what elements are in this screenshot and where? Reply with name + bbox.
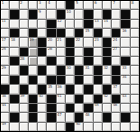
grid-cell[interactable] xyxy=(20,29,28,37)
grid-cell[interactable] xyxy=(20,38,28,46)
grid-cell[interactable] xyxy=(10,1,18,9)
grid-cell[interactable] xyxy=(84,123,92,131)
black-cell xyxy=(20,66,28,74)
clue-number: 39 xyxy=(20,94,24,98)
black-cell xyxy=(112,66,120,74)
black-cell xyxy=(66,85,74,93)
clue-number: 8 xyxy=(131,1,133,5)
grid-cell[interactable] xyxy=(66,95,74,103)
clue-number: 6 xyxy=(94,1,96,5)
black-cell xyxy=(29,10,37,18)
black-cell xyxy=(121,10,129,18)
black-cell xyxy=(121,20,129,28)
clue-number: 1 xyxy=(2,1,4,5)
black-cell xyxy=(38,48,46,56)
grid-cell[interactable] xyxy=(38,76,46,84)
grid-cell[interactable]: 1 xyxy=(1,1,9,9)
grid-cell[interactable] xyxy=(38,57,46,65)
grid-cell[interactable] xyxy=(131,76,139,84)
black-cell xyxy=(66,48,74,56)
grid-cell[interactable] xyxy=(10,104,18,112)
grid-cell[interactable]: 45 xyxy=(94,104,102,112)
black-cell xyxy=(47,95,55,103)
black-cell xyxy=(29,76,37,84)
grid-cell[interactable] xyxy=(20,20,28,28)
grid-cell[interactable] xyxy=(75,20,83,28)
grid-cell[interactable]: 48 xyxy=(84,113,92,121)
grid-cell[interactable]: 41 xyxy=(57,95,65,103)
grid-cell[interactable]: 46 xyxy=(112,104,120,112)
black-cell xyxy=(10,95,18,103)
clue-number: 3 xyxy=(39,1,41,5)
clue-number: 36 xyxy=(57,85,61,89)
grid-cell[interactable] xyxy=(112,113,120,121)
grid-cell[interactable]: 15 xyxy=(84,29,92,37)
black-cell xyxy=(75,95,83,103)
clue-number: 32 xyxy=(103,66,107,70)
grid-cell[interactable] xyxy=(75,48,83,56)
grid-cell[interactable]: 4 xyxy=(47,1,55,9)
black-cell xyxy=(75,76,83,84)
grid-cell[interactable]: 30 xyxy=(66,66,74,74)
grid-cell[interactable] xyxy=(10,85,18,93)
grid-cell[interactable] xyxy=(121,38,129,46)
clue-number: 13 xyxy=(94,19,98,23)
grid-cell[interactable] xyxy=(94,85,102,93)
grid-cell[interactable] xyxy=(57,1,65,9)
clue-number: 26 xyxy=(48,47,52,51)
grid-cell[interactable] xyxy=(66,113,74,121)
clue-number: 18 xyxy=(11,38,15,42)
black-cell xyxy=(47,76,55,84)
grid-cell[interactable]: 29 xyxy=(1,66,9,74)
clue-number: 41 xyxy=(57,94,61,98)
grid-cell[interactable] xyxy=(121,104,129,112)
grid-cell[interactable] xyxy=(112,123,120,131)
clue-number: 49 xyxy=(2,122,6,126)
crossword-board: 1234567891011121314151617181920212223242… xyxy=(0,0,140,132)
clue-number: 20 xyxy=(48,38,52,42)
clue-number: 19 xyxy=(29,38,33,42)
grid-cell[interactable]: 9 xyxy=(38,10,46,18)
grid-cell[interactable] xyxy=(103,104,111,112)
grid-cell[interactable] xyxy=(57,48,65,56)
clue-number: 48 xyxy=(85,113,89,117)
grid-cell[interactable]: 23 xyxy=(94,38,102,46)
grid-cell[interactable]: 7 xyxy=(112,1,120,9)
grid-cell[interactable] xyxy=(131,29,139,37)
clue-number: 47 xyxy=(57,113,61,117)
grid-cell[interactable] xyxy=(103,76,111,84)
black-cell xyxy=(10,76,18,84)
grid-cell[interactable] xyxy=(94,57,102,65)
black-cell xyxy=(47,113,55,121)
clue-number: 16 xyxy=(122,29,126,33)
clue-number: 42 xyxy=(103,94,107,98)
grid-cell[interactable]: 31 xyxy=(84,66,92,74)
grid-cell[interactable] xyxy=(29,20,37,28)
black-cell xyxy=(84,85,92,93)
grid-cell[interactable] xyxy=(10,48,18,56)
clue-number: 12 xyxy=(57,19,61,23)
clue-number: 25 xyxy=(2,47,6,51)
clue-number: 23 xyxy=(94,38,98,42)
black-cell xyxy=(38,38,46,46)
grid-cell[interactable]: 43 xyxy=(121,95,129,103)
black-cell xyxy=(66,123,74,131)
black-cell xyxy=(47,104,55,112)
black-cell xyxy=(103,48,111,56)
crossword-grid[interactable]: 1234567891011121314151617181920212223242… xyxy=(1,1,139,131)
grid-cell[interactable] xyxy=(29,85,37,93)
clue-number: 10 xyxy=(66,10,70,14)
grid-cell[interactable] xyxy=(57,123,65,131)
grid-cell[interactable] xyxy=(29,1,37,9)
clue-number: 28 xyxy=(20,57,24,61)
grid-cell[interactable] xyxy=(66,29,74,37)
grid-cell[interactable] xyxy=(131,48,139,56)
clue-number: 29 xyxy=(2,66,6,70)
black-cell xyxy=(29,113,37,121)
grid-cell[interactable] xyxy=(38,104,46,112)
clue-number: 27 xyxy=(113,47,117,51)
grid-cell[interactable]: 47 xyxy=(57,113,65,121)
grid-cell[interactable]: 35 xyxy=(47,85,55,93)
grid-cell[interactable] xyxy=(131,10,139,18)
black-cell xyxy=(10,10,18,18)
grid-cell[interactable]: 10 xyxy=(66,10,74,18)
selected-cell[interactable] xyxy=(29,57,37,65)
grid-cell[interactable]: 26 xyxy=(47,48,55,56)
grid-cell[interactable] xyxy=(38,29,46,37)
black-cell xyxy=(112,76,120,84)
grid-cell[interactable] xyxy=(121,48,129,56)
grid-cell[interactable]: 25 xyxy=(1,48,9,56)
clue-number: 22 xyxy=(76,38,80,42)
grid-cell[interactable] xyxy=(66,20,74,28)
clue-number: 50 xyxy=(76,122,80,126)
clue-number: 5 xyxy=(76,1,78,5)
black-cell xyxy=(94,76,102,84)
clue-number: 4 xyxy=(48,1,50,5)
black-cell xyxy=(10,113,18,121)
clue-number: 46 xyxy=(113,103,117,107)
grid-cell[interactable] xyxy=(131,104,139,112)
black-cell xyxy=(47,57,55,65)
grid-cell[interactable]: 50 xyxy=(75,123,83,131)
grid-cell[interactable] xyxy=(75,57,83,65)
black-cell xyxy=(57,66,65,74)
black-cell xyxy=(121,113,129,121)
clue-number: 15 xyxy=(85,29,89,33)
grid-cell[interactable] xyxy=(75,85,83,93)
black-cell xyxy=(10,57,18,65)
clue-number: 24 xyxy=(113,38,117,42)
grid-cell[interactable]: 32 xyxy=(103,66,111,74)
black-cell xyxy=(20,48,28,56)
grid-cell[interactable] xyxy=(57,57,65,65)
grid-cell[interactable]: 21 xyxy=(57,38,65,46)
grid-cell[interactable]: 12 xyxy=(57,20,65,28)
grid-cell[interactable] xyxy=(38,123,46,131)
grid-cell[interactable] xyxy=(103,29,111,37)
grid-cell[interactable] xyxy=(29,66,37,74)
clue-number: 40 xyxy=(39,94,43,98)
grid-cell[interactable] xyxy=(121,123,129,131)
grid-cell[interactable] xyxy=(131,113,139,121)
clue-number: 38 xyxy=(2,94,6,98)
grid-cell[interactable]: 16 xyxy=(121,29,129,37)
grid-cell[interactable]: 5 xyxy=(75,1,83,9)
grid-cell[interactable] xyxy=(29,123,37,131)
grid-cell[interactable] xyxy=(47,10,55,18)
grid-cell[interactable] xyxy=(20,10,28,18)
grid-cell[interactable] xyxy=(10,20,18,28)
grid-cell[interactable] xyxy=(75,104,83,112)
grid-cell[interactable]: 34 xyxy=(121,76,129,84)
grid-cell[interactable] xyxy=(20,123,28,131)
grid-cell[interactable] xyxy=(94,48,102,56)
black-cell xyxy=(66,38,74,46)
grid-cell[interactable] xyxy=(112,20,120,28)
black-cell xyxy=(66,104,74,112)
grid-cell[interactable] xyxy=(20,113,28,121)
clue-number: 30 xyxy=(66,66,70,70)
black-cell xyxy=(29,104,37,112)
black-cell xyxy=(84,10,92,18)
grid-cell[interactable] xyxy=(84,76,92,84)
grid-cell[interactable]: 40 xyxy=(38,95,46,103)
black-cell xyxy=(29,95,37,103)
grid-cell[interactable]: 13 xyxy=(94,20,102,28)
grid-cell[interactable]: 6 xyxy=(94,1,102,9)
grid-cell[interactable] xyxy=(47,123,55,131)
grid-cell[interactable] xyxy=(131,85,139,93)
clue-number: 2 xyxy=(20,1,22,5)
grid-cell[interactable] xyxy=(38,113,46,121)
clue-number: 45 xyxy=(94,103,98,107)
grid-cell[interactable]: 28 xyxy=(20,57,28,65)
black-cell xyxy=(57,76,65,84)
grid-cell[interactable] xyxy=(103,1,111,9)
black-cell xyxy=(47,20,55,28)
grid-cell[interactable] xyxy=(1,76,9,84)
grid-cell[interactable] xyxy=(84,95,92,103)
grid-cell[interactable] xyxy=(20,104,28,112)
clue-number: 37 xyxy=(113,85,117,89)
grid-cell[interactable] xyxy=(131,123,139,131)
grid-cell[interactable] xyxy=(47,66,55,74)
clue-number: 33 xyxy=(122,66,126,70)
grid-cell[interactable] xyxy=(10,123,18,131)
grid-cell[interactable]: 18 xyxy=(10,38,18,46)
grid-cell[interactable] xyxy=(131,20,139,28)
grid-cell[interactable] xyxy=(94,113,102,121)
grid-cell[interactable] xyxy=(112,10,120,18)
grid-cell[interactable]: 8 xyxy=(131,1,139,9)
clue-number: 43 xyxy=(122,94,126,98)
black-cell xyxy=(94,66,102,74)
grid-cell[interactable] xyxy=(20,76,28,84)
grid-cell[interactable]: 27 xyxy=(112,48,120,56)
grid-cell[interactable]: 44 xyxy=(1,104,9,112)
grid-cell[interactable]: 49 xyxy=(1,123,9,131)
grid-cell[interactable] xyxy=(103,123,111,131)
grid-cell[interactable] xyxy=(112,57,120,65)
grid-cell[interactable] xyxy=(84,38,92,46)
clue-number: 31 xyxy=(85,66,89,70)
clue-number: 35 xyxy=(48,85,52,89)
grid-cell[interactable] xyxy=(84,1,92,9)
black-cell xyxy=(38,66,46,74)
black-cell xyxy=(103,38,111,46)
clue-number: 21 xyxy=(57,38,61,42)
grid-cell[interactable]: 2 xyxy=(20,1,28,9)
black-cell xyxy=(84,20,92,28)
grid-cell[interactable]: 11 xyxy=(1,20,9,28)
grid-cell[interactable] xyxy=(131,38,139,46)
selected-cell[interactable] xyxy=(29,48,37,56)
black-cell xyxy=(84,48,92,56)
black-cell xyxy=(75,66,83,74)
selected-cell[interactable]: 19 xyxy=(29,38,37,46)
grid-cell[interactable] xyxy=(131,95,139,103)
grid-cell[interactable]: 14 xyxy=(103,20,111,28)
black-cell xyxy=(103,113,111,121)
clue-number: 34 xyxy=(122,75,126,79)
grid-cell[interactable] xyxy=(121,1,129,9)
grid-cell[interactable]: 42 xyxy=(103,95,111,103)
clue-number: 7 xyxy=(113,1,115,5)
clue-number: 14 xyxy=(103,19,107,23)
grid-cell[interactable] xyxy=(131,66,139,74)
clue-number: 11 xyxy=(2,19,6,23)
grid-cell[interactable]: 37 xyxy=(112,85,120,93)
grid-cell[interactable]: 22 xyxy=(75,38,83,46)
clue-number: 17 xyxy=(2,38,6,42)
clue-number: 9 xyxy=(39,10,41,14)
grid-cell[interactable] xyxy=(66,76,74,84)
grid-cell[interactable]: 39 xyxy=(20,95,28,103)
grid-cell[interactable] xyxy=(75,10,83,18)
grid-cell[interactable] xyxy=(94,123,102,131)
clue-number: 44 xyxy=(2,103,6,107)
grid-cell[interactable] xyxy=(10,66,18,74)
grid-cell[interactable] xyxy=(38,20,46,28)
grid-cell[interactable] xyxy=(131,57,139,65)
